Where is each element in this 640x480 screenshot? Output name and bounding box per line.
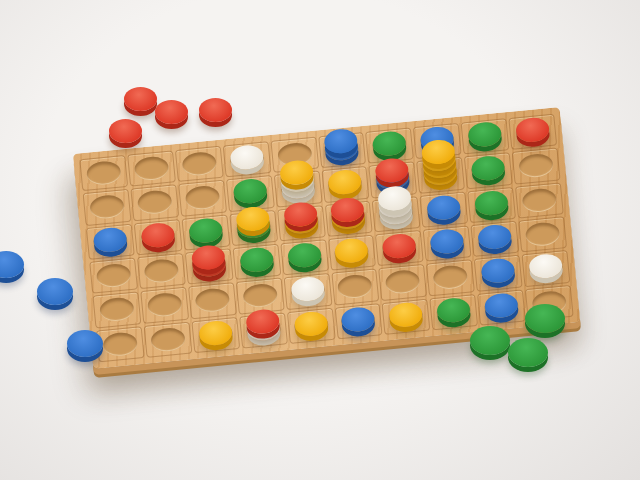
board-cell[interactable]	[143, 321, 192, 358]
cell-recess	[137, 190, 173, 216]
red-disc	[109, 119, 142, 143]
board-cell[interactable]	[474, 255, 523, 292]
loose-blue-disc[interactable]	[67, 330, 103, 357]
red-disc	[199, 98, 232, 122]
green-disc	[470, 326, 510, 355]
board-cell[interactable]	[127, 150, 176, 187]
board-cell[interactable]	[324, 200, 373, 237]
cell-recess	[133, 156, 169, 182]
cell-recess	[521, 187, 557, 213]
board-cell[interactable]	[318, 132, 367, 169]
board-cell[interactable]	[464, 152, 513, 189]
board-cell[interactable]	[130, 185, 179, 222]
board-cell[interactable]	[518, 216, 567, 253]
board-cell[interactable]	[416, 157, 465, 194]
red-disc	[124, 87, 157, 111]
green-disc	[508, 338, 548, 367]
cell-recess	[181, 151, 217, 177]
board-cell[interactable]	[375, 230, 424, 267]
loose-green-disc[interactable]	[508, 338, 548, 367]
cell-recess	[89, 194, 125, 220]
cell-recess	[96, 263, 132, 289]
board-cell[interactable]	[426, 259, 475, 296]
cell-recess	[385, 269, 421, 295]
board-cell[interactable]	[286, 307, 335, 344]
loose-red-disc[interactable]	[155, 100, 188, 124]
cell-recess	[337, 274, 373, 300]
board-cell[interactable]	[280, 239, 329, 276]
board-cell[interactable]	[140, 287, 189, 324]
board-cell[interactable]	[277, 205, 326, 242]
board-cell[interactable]	[512, 148, 561, 185]
board-cell[interactable]	[229, 209, 278, 246]
cell-recess	[86, 160, 122, 186]
loose-red-disc[interactable]	[124, 87, 157, 111]
loose-green-disc[interactable]	[470, 326, 510, 355]
board-cell[interactable]	[175, 146, 224, 183]
board-cell[interactable]	[239, 312, 288, 349]
board-cell[interactable]	[83, 189, 132, 226]
board-cell[interactable]	[89, 257, 138, 294]
board-cell[interactable]	[137, 253, 186, 290]
red-disc	[155, 100, 188, 124]
board-cell[interactable]	[477, 289, 526, 326]
board-cell[interactable]	[96, 326, 145, 363]
green-disc	[525, 304, 565, 333]
board-cell[interactable]	[420, 191, 469, 228]
cell-recess	[518, 153, 554, 179]
board-cell[interactable]	[92, 292, 141, 329]
cell-recess	[102, 331, 138, 357]
board-cell[interactable]	[461, 118, 510, 155]
board-cell[interactable]	[86, 223, 135, 260]
loose-green-disc[interactable]	[525, 304, 565, 333]
loose-red-disc[interactable]	[199, 98, 232, 122]
loose-red-disc[interactable]	[109, 119, 142, 143]
cell-recess	[194, 288, 230, 314]
board-cell[interactable]	[508, 114, 557, 151]
blue-disc	[37, 278, 73, 305]
board-cell[interactable]	[334, 303, 383, 340]
board-cell[interactable]	[191, 317, 240, 354]
board-cell[interactable]	[232, 244, 281, 281]
cell-recess	[184, 185, 220, 211]
board-cell[interactable]	[328, 234, 377, 271]
cell-recess	[150, 326, 186, 352]
board-cell[interactable]	[188, 282, 237, 319]
board-cell[interactable]	[471, 221, 520, 258]
board-cell[interactable]	[79, 155, 128, 192]
board-cell[interactable]	[185, 248, 234, 285]
cell-recess	[147, 292, 183, 318]
board-cell[interactable]	[379, 264, 428, 301]
cell-recess	[242, 283, 278, 309]
cell-recess	[433, 265, 469, 291]
cell-recess	[525, 221, 561, 247]
blue-disc	[0, 251, 24, 278]
board-cell[interactable]	[382, 298, 431, 335]
loose-blue-disc[interactable]	[37, 278, 73, 305]
board-cell[interactable]	[331, 269, 380, 306]
board-cell[interactable]	[178, 180, 227, 217]
board-cell[interactable]	[423, 225, 472, 262]
cell-recess	[99, 297, 135, 323]
loose-blue-disc[interactable]	[0, 251, 24, 278]
cell-recess	[143, 258, 179, 284]
table-surface	[0, 0, 640, 480]
board-cell[interactable]	[372, 196, 421, 233]
blue-disc	[67, 330, 103, 357]
board-cell[interactable]	[134, 219, 183, 256]
board-cell[interactable]	[467, 187, 516, 224]
board-cell[interactable]	[283, 273, 332, 310]
board-cell[interactable]	[222, 141, 271, 178]
board-cell[interactable]	[522, 250, 571, 287]
board-cell[interactable]	[515, 182, 564, 219]
